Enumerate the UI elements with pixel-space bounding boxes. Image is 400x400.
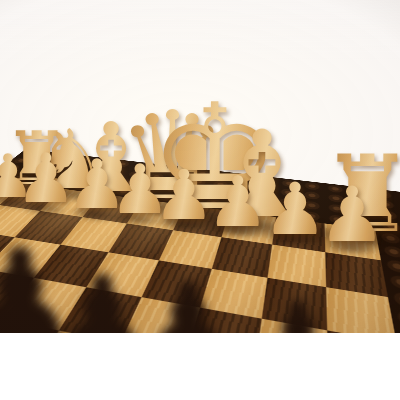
piece-white-pawn[interactable]: ♟ [314,177,390,253]
piece-black-pawn-blurred[interactable]: ♟ [250,290,346,333]
piece-black-pawn-blurred[interactable]: ♟ [136,270,240,333]
chess-photo: ♜♞♝♛♚♝♞♜♟♟♟♟♟♟♟♟ ♟♟♟♟ [0,0,400,333]
